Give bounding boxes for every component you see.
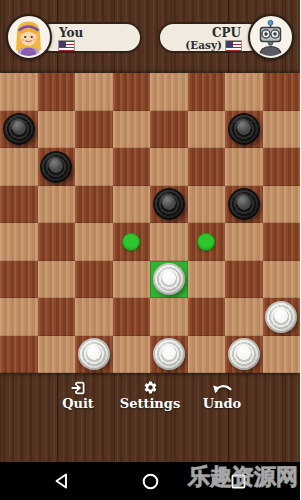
move-target-dot[interactable] (122, 233, 140, 251)
square-r5c3 (113, 261, 151, 299)
square-r7c4[interactable] (150, 336, 188, 374)
back-triangle-icon[interactable] (51, 462, 71, 500)
player-you-avatar (6, 14, 52, 60)
undo-arrow-icon (212, 379, 233, 396)
square-r1c5 (188, 111, 226, 149)
player-cpu-level: (Easy) (185, 40, 222, 51)
square-r1c4[interactable] (150, 111, 188, 149)
black-checker-piece[interactable] (153, 188, 185, 220)
square-r2c7[interactable] (263, 148, 301, 186)
square-r3c2[interactable] (75, 186, 113, 224)
square-r2c2 (75, 148, 113, 186)
square-r4c0 (0, 223, 38, 261)
square-r0c1[interactable] (38, 73, 76, 111)
square-r0c4 (150, 73, 188, 111)
square-r4c3[interactable] (113, 223, 151, 261)
square-r4c7[interactable] (263, 223, 301, 261)
square-r5c5 (188, 261, 226, 299)
white-checker-piece[interactable] (265, 301, 297, 333)
square-r1c6[interactable] (225, 111, 263, 149)
square-r1c3 (113, 111, 151, 149)
player-you-name: You (59, 27, 140, 40)
white-checker-piece[interactable] (153, 338, 185, 370)
square-r6c6 (225, 298, 263, 336)
square-r2c4 (150, 148, 188, 186)
square-r1c2[interactable] (75, 111, 113, 149)
square-r3c0[interactable] (0, 186, 38, 224)
black-checker-piece[interactable] (40, 151, 72, 183)
home-circle-icon[interactable] (140, 462, 160, 500)
square-r0c0 (0, 73, 38, 111)
square-r6c1[interactable] (38, 298, 76, 336)
square-r1c0[interactable] (0, 111, 38, 149)
square-r5c1 (38, 261, 76, 299)
square-r7c7 (263, 336, 301, 374)
square-r3c5 (188, 186, 226, 224)
square-r4c4 (150, 223, 188, 261)
board[interactable] (0, 73, 300, 373)
controls-bar: Quit Settings Undo (42, 379, 258, 411)
white-checker-piece[interactable] (153, 263, 185, 295)
square-r2c3[interactable] (113, 148, 151, 186)
undo-label: Undo (203, 396, 242, 411)
square-r4c5[interactable] (188, 223, 226, 261)
square-r3c3 (113, 186, 151, 224)
square-r0c3[interactable] (113, 73, 151, 111)
quit-label: Quit (62, 396, 94, 411)
app-screen: You CPU (Easy) (0, 0, 300, 500)
square-r1c7 (263, 111, 301, 149)
white-checker-piece[interactable] (228, 338, 260, 370)
square-r3c6[interactable] (225, 186, 263, 224)
white-checker-piece[interactable] (78, 338, 110, 370)
square-r7c3 (113, 336, 151, 374)
move-target-dot[interactable] (197, 233, 215, 251)
square-r7c0[interactable] (0, 336, 38, 374)
square-r0c6 (225, 73, 263, 111)
us-flag-icon (59, 41, 74, 51)
square-r5c4[interactable] (150, 261, 188, 299)
square-r5c0[interactable] (0, 261, 38, 299)
square-r0c2 (75, 73, 113, 111)
android-nav-bar: 乐趣资源网 (0, 462, 300, 500)
square-r4c6 (225, 223, 263, 261)
square-r2c5[interactable] (188, 148, 226, 186)
square-r4c1[interactable] (38, 223, 76, 261)
square-r7c2[interactable] (75, 336, 113, 374)
square-r2c6 (225, 148, 263, 186)
cpu-robot-avatar (248, 14, 294, 60)
gear-icon (143, 379, 158, 396)
square-r5c2[interactable] (75, 261, 113, 299)
settings-label: Settings (120, 396, 180, 411)
quit-button[interactable]: Quit (42, 379, 114, 411)
watermark-text: 乐趣资源网 (188, 462, 298, 492)
black-checker-piece[interactable] (228, 188, 260, 220)
girl-avatar-icon (8, 16, 49, 57)
square-r3c7 (263, 186, 301, 224)
exit-to-app-icon (70, 379, 86, 396)
square-r5c7 (263, 261, 301, 299)
black-checker-piece[interactable] (3, 113, 35, 145)
square-r6c3[interactable] (113, 298, 151, 336)
square-r1c1 (38, 111, 76, 149)
square-r5c6[interactable] (225, 261, 263, 299)
square-r6c0 (0, 298, 38, 336)
square-r7c1 (38, 336, 76, 374)
square-r2c1[interactable] (38, 148, 76, 186)
settings-button[interactable]: Settings (114, 379, 186, 411)
square-r3c1 (38, 186, 76, 224)
us-flag-icon (226, 41, 241, 51)
black-checker-piece[interactable] (228, 113, 260, 145)
square-r0c5[interactable] (188, 73, 226, 111)
square-r3c4[interactable] (150, 186, 188, 224)
undo-button[interactable]: Undo (186, 379, 258, 411)
robot-avatar-icon (250, 16, 291, 57)
square-r6c7[interactable] (263, 298, 301, 336)
square-r6c4 (150, 298, 188, 336)
square-r6c2 (75, 298, 113, 336)
square-r4c2 (75, 223, 113, 261)
square-r7c6[interactable] (225, 336, 263, 374)
square-r2c0 (0, 148, 38, 186)
square-r7c5 (188, 336, 226, 374)
square-r0c7[interactable] (263, 73, 301, 111)
square-r6c5[interactable] (188, 298, 226, 336)
